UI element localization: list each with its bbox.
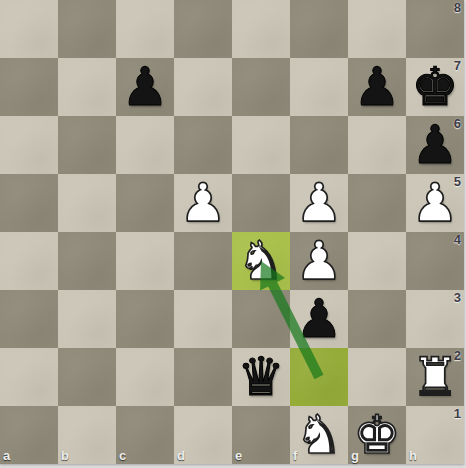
square-a2[interactable] <box>0 348 58 406</box>
square-a6[interactable] <box>0 116 58 174</box>
square-h4[interactable]: 4 <box>406 232 464 290</box>
square-g4[interactable] <box>348 232 406 290</box>
square-b8[interactable] <box>58 0 116 58</box>
square-d1[interactable]: d <box>174 406 232 464</box>
square-e7[interactable] <box>232 58 290 116</box>
black-pawn[interactable]: ♟ <box>116 58 174 116</box>
square-h3[interactable]: 3 <box>406 290 464 348</box>
rank-label-5: 5 <box>454 174 461 189</box>
square-g3[interactable] <box>348 290 406 348</box>
square-g5[interactable] <box>348 174 406 232</box>
square-g1[interactable]: g♚ <box>348 406 406 464</box>
square-f8[interactable] <box>290 0 348 58</box>
square-h1[interactable]: 1h <box>406 406 464 464</box>
square-f2[interactable] <box>290 348 348 406</box>
file-label-a: a <box>3 448 10 463</box>
black-pawn[interactable]: ♟ <box>290 290 348 348</box>
square-d5[interactable]: ♟ <box>174 174 232 232</box>
square-b4[interactable] <box>58 232 116 290</box>
white-pawn[interactable]: ♟ <box>290 174 348 232</box>
square-h8[interactable]: 8 <box>406 0 464 58</box>
square-a5[interactable] <box>0 174 58 232</box>
square-d7[interactable] <box>174 58 232 116</box>
square-g6[interactable] <box>348 116 406 174</box>
square-f3[interactable]: ♟ <box>290 290 348 348</box>
square-f5[interactable]: ♟ <box>290 174 348 232</box>
square-d2[interactable] <box>174 348 232 406</box>
file-label-g: g <box>351 448 359 463</box>
square-h2[interactable]: 2♜ <box>406 348 464 406</box>
square-a8[interactable] <box>0 0 58 58</box>
square-f7[interactable] <box>290 58 348 116</box>
square-a4[interactable] <box>0 232 58 290</box>
square-c5[interactable] <box>116 174 174 232</box>
square-h5[interactable]: 5♟ <box>406 174 464 232</box>
square-b2[interactable] <box>58 348 116 406</box>
square-e5[interactable] <box>232 174 290 232</box>
white-pawn[interactable]: ♟ <box>174 174 232 232</box>
square-e6[interactable] <box>232 116 290 174</box>
rank-label-2: 2 <box>454 348 461 363</box>
square-c7[interactable]: ♟ <box>116 58 174 116</box>
black-pawn[interactable]: ♟ <box>348 58 406 116</box>
square-b5[interactable] <box>58 174 116 232</box>
square-e3[interactable] <box>232 290 290 348</box>
file-label-h: h <box>409 448 417 463</box>
square-g8[interactable] <box>348 0 406 58</box>
square-e8[interactable] <box>232 0 290 58</box>
file-label-e: e <box>235 448 242 463</box>
square-d3[interactable] <box>174 290 232 348</box>
square-b1[interactable]: b <box>58 406 116 464</box>
square-c3[interactable] <box>116 290 174 348</box>
rank-label-1: 1 <box>454 406 461 421</box>
square-g2[interactable] <box>348 348 406 406</box>
square-d8[interactable] <box>174 0 232 58</box>
square-b3[interactable] <box>58 290 116 348</box>
rank-label-4: 4 <box>454 232 461 247</box>
square-h7[interactable]: 7♚ <box>406 58 464 116</box>
file-label-f: f <box>293 448 297 463</box>
square-e1[interactable]: e <box>232 406 290 464</box>
square-d4[interactable] <box>174 232 232 290</box>
black-queen[interactable]: ♛ <box>232 348 290 406</box>
file-label-d: d <box>177 448 185 463</box>
square-a3[interactable] <box>0 290 58 348</box>
square-b6[interactable] <box>58 116 116 174</box>
white-knight[interactable]: ♞ <box>290 406 348 464</box>
rank-label-8: 8 <box>454 0 461 15</box>
rank-label-6: 6 <box>454 116 461 131</box>
square-a1[interactable]: a <box>0 406 58 464</box>
square-a7[interactable] <box>0 58 58 116</box>
square-g7[interactable]: ♟ <box>348 58 406 116</box>
white-knight[interactable]: ♞ <box>232 232 290 290</box>
square-d6[interactable] <box>174 116 232 174</box>
rank-label-7: 7 <box>454 58 461 73</box>
rank-label-3: 3 <box>454 290 461 305</box>
square-c2[interactable] <box>116 348 174 406</box>
square-c6[interactable] <box>116 116 174 174</box>
chess-board: 8♟♟7♚6♟♟♟5♟♞♟4♟3♛2♜abcdef♞g♚1h <box>0 0 464 464</box>
square-e4[interactable]: ♞ <box>232 232 290 290</box>
chess-app-stage: 8♟♟7♚6♟♟♟5♟♞♟4♟3♛2♜abcdef♞g♚1h <box>0 0 466 468</box>
square-f1[interactable]: f♞ <box>290 406 348 464</box>
square-c1[interactable]: c <box>116 406 174 464</box>
square-c8[interactable] <box>116 0 174 58</box>
square-h6[interactable]: 6♟ <box>406 116 464 174</box>
square-f4[interactable]: ♟ <box>290 232 348 290</box>
white-pawn[interactable]: ♟ <box>290 232 348 290</box>
square-c4[interactable] <box>116 232 174 290</box>
file-label-b: b <box>61 448 69 463</box>
square-b7[interactable] <box>58 58 116 116</box>
square-f6[interactable] <box>290 116 348 174</box>
file-label-c: c <box>119 448 126 463</box>
square-e2[interactable]: ♛ <box>232 348 290 406</box>
